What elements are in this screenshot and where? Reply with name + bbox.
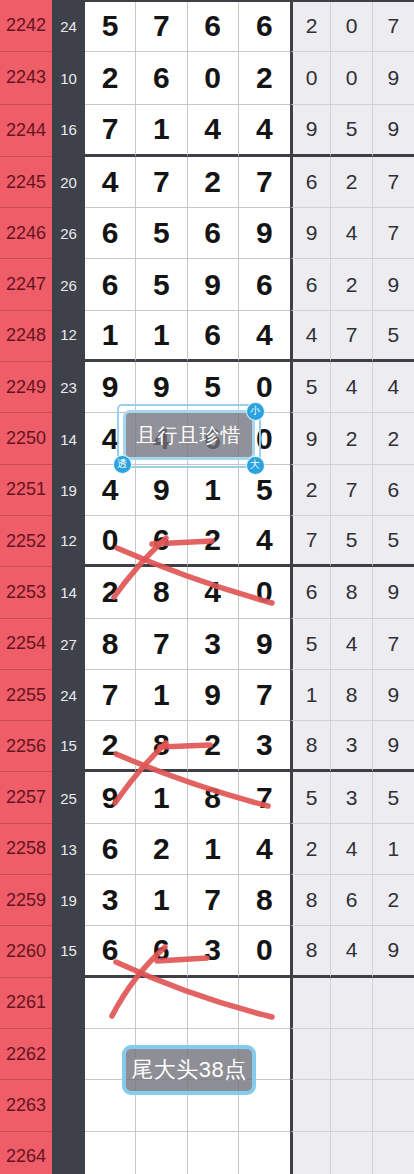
tail-cell: 2 bbox=[373, 875, 414, 926]
tail-cell: 9 bbox=[373, 670, 414, 721]
tail-cell: 7 bbox=[373, 208, 414, 259]
digit-cell: 7 bbox=[188, 875, 239, 926]
digit-cell bbox=[136, 978, 187, 1029]
digit-cell: 6 bbox=[136, 926, 187, 977]
digit-cell: 1 bbox=[188, 824, 239, 875]
digit-cell bbox=[85, 1132, 136, 1174]
digit-cell bbox=[188, 978, 239, 1029]
tail-cell: 9 bbox=[373, 721, 414, 772]
sum-cell: 16 bbox=[52, 105, 85, 157]
period-cell: 2244 bbox=[0, 105, 52, 157]
digit-cell: 1 bbox=[136, 772, 187, 823]
tail-cell: 9 bbox=[290, 105, 331, 157]
sum-cell: 24 bbox=[52, 670, 85, 721]
tail-cell: 4 bbox=[331, 824, 372, 875]
digit-cell: 8 bbox=[188, 772, 239, 823]
table-row: 2264 bbox=[0, 1132, 414, 1174]
sum-cell: 23 bbox=[52, 362, 85, 413]
sum-cell: 12 bbox=[52, 516, 85, 567]
digit-cell: 1 bbox=[188, 465, 239, 516]
table-row: 2261 bbox=[0, 978, 414, 1029]
tail-cell: 9 bbox=[373, 926, 414, 977]
tail-cell: 4 bbox=[290, 311, 331, 362]
digit-cell: 4 bbox=[85, 465, 136, 516]
digit-cell: 3 bbox=[188, 926, 239, 977]
sum-cell: 19 bbox=[52, 465, 85, 516]
tail-cell: 7 bbox=[290, 516, 331, 567]
digit-cell: 1 bbox=[136, 311, 187, 362]
table-row: 2245204727627 bbox=[0, 157, 414, 208]
digit-cell: 4 bbox=[85, 157, 136, 208]
period-cell: 2258 bbox=[0, 824, 52, 875]
period-cell: 2254 bbox=[0, 619, 52, 670]
period-cell: 2251 bbox=[0, 465, 52, 516]
tail-cell: 7 bbox=[373, 157, 414, 208]
tail-cell: 1 bbox=[290, 670, 331, 721]
digit-cell: 6 bbox=[85, 259, 136, 310]
tail-cell: 3 bbox=[331, 721, 372, 772]
table-row: 2247266596629 bbox=[0, 259, 414, 310]
tail-cell: 9 bbox=[373, 105, 414, 157]
note-annotation-text: 且行且珍惜 bbox=[123, 410, 255, 460]
digit-cell: 1 bbox=[136, 670, 187, 721]
tail-cell: 7 bbox=[373, 0, 414, 52]
sum-cell: 26 bbox=[52, 259, 85, 310]
sum-cell: 14 bbox=[52, 567, 85, 618]
period-cell: 2252 bbox=[0, 516, 52, 567]
digit-cell: 0 bbox=[239, 926, 290, 977]
tail-cell: 8 bbox=[290, 926, 331, 977]
table-row: 2243102602009 bbox=[0, 52, 414, 104]
period-cell: 2261 bbox=[0, 978, 52, 1029]
table-row: 2257259187535 bbox=[0, 772, 414, 823]
digit-cell: 4 bbox=[239, 516, 290, 567]
digit-cell: 7 bbox=[85, 670, 136, 721]
digit-cell: 8 bbox=[85, 619, 136, 670]
period-cell: 2248 bbox=[0, 311, 52, 362]
digit-cell: 2 bbox=[188, 516, 239, 567]
table-row: 2252120624755 bbox=[0, 516, 414, 567]
digit-cell: 6 bbox=[188, 208, 239, 259]
transparency-handle[interactable]: 透 bbox=[113, 455, 132, 474]
digit-cell: 2 bbox=[239, 52, 290, 104]
tail-cell: 5 bbox=[331, 516, 372, 567]
tail-cell: 4 bbox=[373, 362, 414, 413]
period-cell: 2263 bbox=[0, 1080, 52, 1131]
tail-cell: 6 bbox=[373, 465, 414, 516]
tail-cell bbox=[331, 1080, 372, 1131]
digit-cell bbox=[239, 1132, 290, 1174]
digit-cell: 4 bbox=[239, 824, 290, 875]
digit-cell: 3 bbox=[239, 721, 290, 772]
tail-cell bbox=[331, 1029, 372, 1080]
digit-cell: 8 bbox=[136, 721, 187, 772]
digit-cell: 2 bbox=[85, 721, 136, 772]
digit-cell: 7 bbox=[85, 105, 136, 157]
digit-cell: 7 bbox=[136, 619, 187, 670]
digit-cell: 7 bbox=[136, 0, 187, 52]
digit-cell: 1 bbox=[136, 105, 187, 157]
period-cell: 2262 bbox=[0, 1029, 52, 1080]
digit-cell: 6 bbox=[136, 52, 187, 104]
table-row: 2259193178862 bbox=[0, 875, 414, 926]
tail-cell bbox=[290, 978, 331, 1029]
tail-cell: 2 bbox=[331, 259, 372, 310]
tail-cell: 6 bbox=[290, 567, 331, 618]
digit-cell: 5 bbox=[136, 208, 187, 259]
sum-cell: 27 bbox=[52, 619, 85, 670]
tail-cell: 5 bbox=[290, 362, 331, 413]
sum-cell: 25 bbox=[52, 772, 85, 823]
tail-cell: 7 bbox=[331, 311, 372, 362]
digit-cell: 6 bbox=[239, 259, 290, 310]
tail-cell bbox=[290, 1029, 331, 1080]
sum-cell: 19 bbox=[52, 875, 85, 926]
digit-cell: 9 bbox=[85, 772, 136, 823]
table-row: 2260156630849 bbox=[0, 926, 414, 977]
tail-cell: 2 bbox=[290, 824, 331, 875]
digit-cell: 4 bbox=[188, 105, 239, 157]
tail-cell: 5 bbox=[290, 619, 331, 670]
tail-cell: 9 bbox=[373, 52, 414, 104]
tail-cell: 8 bbox=[331, 670, 372, 721]
tail-cell: 4 bbox=[331, 619, 372, 670]
table-row: 2258136214241 bbox=[0, 824, 414, 875]
tail-cell: 5 bbox=[373, 772, 414, 823]
digit-cell: 1 bbox=[136, 875, 187, 926]
digit-cell: 8 bbox=[239, 875, 290, 926]
tail-cell: 8 bbox=[331, 567, 372, 618]
digit-cell: 5 bbox=[239, 465, 290, 516]
tail-cell: 8 bbox=[290, 875, 331, 926]
resize-larger-handle[interactable]: 大 bbox=[246, 456, 265, 475]
tail-cell bbox=[290, 1080, 331, 1131]
period-cell: 2260 bbox=[0, 926, 52, 977]
digit-cell: 6 bbox=[85, 926, 136, 977]
period-cell: 2243 bbox=[0, 52, 52, 104]
tail-cell: 7 bbox=[331, 465, 372, 516]
period-cell: 2246 bbox=[0, 208, 52, 259]
digit-cell: 2 bbox=[85, 567, 136, 618]
tail-cell: 2 bbox=[331, 413, 372, 464]
tail-cell bbox=[373, 1080, 414, 1131]
sum-cell bbox=[52, 1132, 85, 1174]
tail-cell: 4 bbox=[331, 362, 372, 413]
tail-cell: 2 bbox=[290, 0, 331, 52]
note-annotation-selected[interactable]: 且行且珍惜 小 透 大 bbox=[117, 404, 261, 468]
period-cell: 2247 bbox=[0, 259, 52, 310]
tail-cell: 6 bbox=[290, 259, 331, 310]
digit-cell: 6 bbox=[188, 311, 239, 362]
tail-cell: 0 bbox=[331, 0, 372, 52]
digit-cell: 9 bbox=[188, 670, 239, 721]
table-row: 2253142840689 bbox=[0, 567, 414, 618]
sum-cell bbox=[52, 978, 85, 1029]
tail-cell bbox=[373, 978, 414, 1029]
digit-cell bbox=[85, 978, 136, 1029]
tail-cell: 1 bbox=[373, 824, 414, 875]
sum-cell: 12 bbox=[52, 311, 85, 362]
period-cell: 2259 bbox=[0, 875, 52, 926]
digit-cell: 0 bbox=[239, 567, 290, 618]
period-cell: 2256 bbox=[0, 721, 52, 772]
period-cell: 2245 bbox=[0, 157, 52, 208]
digit-cell: 0 bbox=[85, 516, 136, 567]
sum-cell: 13 bbox=[52, 824, 85, 875]
tail-cell bbox=[373, 1132, 414, 1174]
tail-cell: 6 bbox=[290, 157, 331, 208]
digit-cell: 4 bbox=[239, 311, 290, 362]
period-cell: 2264 bbox=[0, 1132, 52, 1174]
digit-cell: 2 bbox=[136, 824, 187, 875]
digit-cell: 6 bbox=[188, 0, 239, 52]
digit-cell: 9 bbox=[239, 619, 290, 670]
tail-cell: 4 bbox=[331, 208, 372, 259]
digit-cell: 6 bbox=[136, 516, 187, 567]
note-annotation-2[interactable]: 尾大头38点 bbox=[122, 1045, 256, 1095]
tail-cell bbox=[331, 1132, 372, 1174]
digit-cell: 2 bbox=[85, 52, 136, 104]
tail-cell bbox=[373, 1029, 414, 1080]
digit-cell: 3 bbox=[85, 875, 136, 926]
table-row: 2255247197189 bbox=[0, 670, 414, 721]
sum-cell: 20 bbox=[52, 157, 85, 208]
lottery-trend-chart-screen: 2242245766207224310260200922441671449592… bbox=[0, 0, 414, 1174]
sum-cell bbox=[52, 1029, 85, 1080]
digit-cell: 9 bbox=[188, 259, 239, 310]
digit-cell: 9 bbox=[136, 465, 187, 516]
tail-cell bbox=[290, 1132, 331, 1174]
period-cell: 2253 bbox=[0, 567, 52, 618]
tail-cell: 5 bbox=[290, 772, 331, 823]
digit-cell: 6 bbox=[85, 824, 136, 875]
tail-cell: 9 bbox=[290, 413, 331, 464]
sum-cell: 10 bbox=[52, 52, 85, 104]
digit-cell: 7 bbox=[239, 670, 290, 721]
tail-cell: 2 bbox=[331, 157, 372, 208]
digit-cell: 5 bbox=[85, 0, 136, 52]
sum-cell: 14 bbox=[52, 413, 85, 464]
tail-cell bbox=[331, 978, 372, 1029]
tail-cell: 0 bbox=[331, 52, 372, 104]
digit-cell: 4 bbox=[239, 105, 290, 157]
table-row: 2244167144959 bbox=[0, 105, 414, 157]
tail-cell: 4 bbox=[331, 926, 372, 977]
tail-cell: 5 bbox=[331, 105, 372, 157]
digit-cell: 8 bbox=[136, 567, 187, 618]
digit-cell: 2 bbox=[188, 721, 239, 772]
digit-cell: 7 bbox=[239, 772, 290, 823]
tail-cell: 5 bbox=[373, 516, 414, 567]
digit-cell: 9 bbox=[239, 208, 290, 259]
digit-cell: 1 bbox=[85, 311, 136, 362]
digit-cell: 7 bbox=[239, 157, 290, 208]
period-cell: 2257 bbox=[0, 772, 52, 823]
sum-cell: 15 bbox=[52, 926, 85, 977]
table-row: 2254278739547 bbox=[0, 619, 414, 670]
digit-cell bbox=[188, 1132, 239, 1174]
digit-cell: 3 bbox=[188, 619, 239, 670]
resize-smaller-handle[interactable]: 小 bbox=[246, 402, 265, 421]
tail-cell: 2 bbox=[373, 413, 414, 464]
tail-cell: 5 bbox=[373, 311, 414, 362]
table-row: 2246266569947 bbox=[0, 208, 414, 259]
sum-cell: 24 bbox=[52, 0, 85, 52]
digit-cell bbox=[239, 978, 290, 1029]
sum-cell bbox=[52, 1080, 85, 1131]
digit-cell: 6 bbox=[85, 208, 136, 259]
tail-cell: 8 bbox=[290, 721, 331, 772]
digit-cell bbox=[136, 1132, 187, 1174]
table-row: 2248121164475 bbox=[0, 311, 414, 362]
table-row: 2256152823839 bbox=[0, 721, 414, 772]
digit-cell: 7 bbox=[136, 157, 187, 208]
tail-cell: 9 bbox=[290, 208, 331, 259]
digit-cell: 0 bbox=[188, 52, 239, 104]
table-row: 2242245766207 bbox=[0, 0, 414, 52]
sum-cell: 15 bbox=[52, 721, 85, 772]
draw-history-grid: 2242245766207224310260200922441671449592… bbox=[0, 0, 414, 1174]
period-cell: 2242 bbox=[0, 0, 52, 52]
period-cell: 2249 bbox=[0, 362, 52, 413]
tail-cell: 0 bbox=[290, 52, 331, 104]
digit-cell: 4 bbox=[188, 567, 239, 618]
digit-cell: 5 bbox=[136, 259, 187, 310]
digit-cell: 2 bbox=[188, 157, 239, 208]
tail-cell: 9 bbox=[373, 259, 414, 310]
tail-cell: 6 bbox=[331, 875, 372, 926]
period-cell: 2250 bbox=[0, 413, 52, 464]
period-cell: 2255 bbox=[0, 670, 52, 721]
table-row: 2251194915276 bbox=[0, 465, 414, 516]
tail-cell: 9 bbox=[373, 567, 414, 618]
digit-cell: 6 bbox=[239, 0, 290, 52]
tail-cell: 7 bbox=[373, 619, 414, 670]
tail-cell: 3 bbox=[331, 772, 372, 823]
tail-cell: 2 bbox=[290, 465, 331, 516]
sum-cell: 26 bbox=[52, 208, 85, 259]
